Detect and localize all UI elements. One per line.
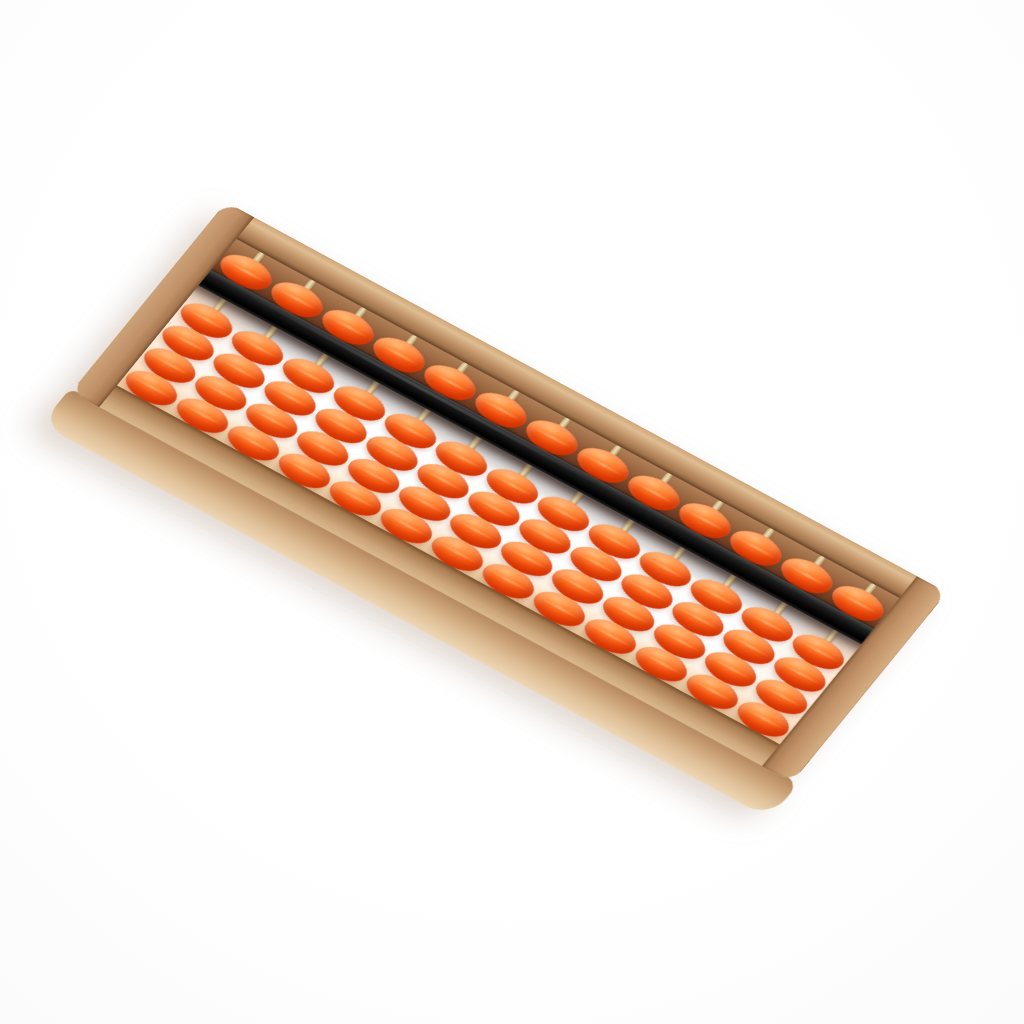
product-photo-scene: [0, 0, 1024, 1024]
soroban-board: [71, 202, 947, 782]
